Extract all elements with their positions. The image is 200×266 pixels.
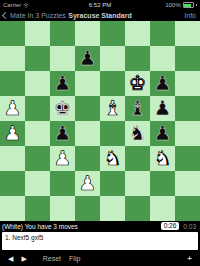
square-e6[interactable] bbox=[100, 71, 125, 96]
square-e7[interactable] bbox=[100, 46, 125, 71]
square-c4[interactable]: ♟ bbox=[50, 121, 75, 146]
chevron-left-icon bbox=[2, 12, 9, 19]
battery-icon bbox=[183, 2, 194, 8]
square-f3[interactable] bbox=[125, 146, 150, 171]
square-d1[interactable] bbox=[75, 196, 100, 221]
square-g2[interactable] bbox=[150, 171, 175, 196]
square-b2[interactable] bbox=[25, 171, 50, 196]
square-g4[interactable]: ♟ bbox=[150, 121, 175, 146]
square-b1[interactable] bbox=[25, 196, 50, 221]
square-b3[interactable] bbox=[25, 146, 50, 171]
action-plus-icon[interactable]: + bbox=[187, 254, 192, 263]
square-d3[interactable] bbox=[75, 146, 100, 171]
square-c5[interactable]: ♚ bbox=[50, 96, 75, 121]
black-bishop: ♝ bbox=[129, 98, 147, 118]
reset-button[interactable]: Reset bbox=[43, 255, 61, 262]
move-list[interactable]: 1. Nexf5 gxf5 bbox=[2, 232, 198, 250]
square-d5[interactable] bbox=[75, 96, 100, 121]
square-h1[interactable] bbox=[175, 196, 200, 221]
square-d7[interactable]: ♟ bbox=[75, 46, 100, 71]
square-b5[interactable] bbox=[25, 96, 50, 121]
bottom-toolbar: ◀ ▶ Reset Flip + bbox=[0, 251, 200, 266]
square-c6[interactable]: ♟ bbox=[50, 71, 75, 96]
square-f4[interactable]: ♞ bbox=[125, 121, 150, 146]
square-f5[interactable]: ♝ bbox=[125, 96, 150, 121]
square-b8[interactable] bbox=[25, 21, 50, 46]
app-screen: Carrier 6:52 PM 100% Mate In 3 Puzzles S… bbox=[0, 0, 200, 266]
square-e3[interactable]: ♞ bbox=[100, 146, 125, 171]
square-e4[interactable] bbox=[100, 121, 125, 146]
square-f2[interactable] bbox=[125, 171, 150, 196]
square-a4[interactable]: ♟ bbox=[0, 121, 25, 146]
square-h2[interactable] bbox=[175, 171, 200, 196]
black-pawn: ♟ bbox=[54, 123, 72, 143]
square-d4[interactable] bbox=[75, 121, 100, 146]
turn-message: (White) You have 3 moves bbox=[2, 223, 78, 230]
square-h6[interactable] bbox=[175, 71, 200, 96]
square-g3[interactable]: ♞ bbox=[150, 146, 175, 171]
black-king: ♚ bbox=[54, 98, 72, 118]
black-pawn: ♟ bbox=[154, 73, 172, 93]
square-a1[interactable] bbox=[0, 196, 25, 221]
square-c7[interactable] bbox=[50, 46, 75, 71]
square-b7[interactable] bbox=[25, 46, 50, 71]
square-b4[interactable] bbox=[25, 121, 50, 146]
white-pawn: ♟ bbox=[54, 148, 72, 168]
square-d8[interactable] bbox=[75, 21, 100, 46]
square-a6[interactable] bbox=[0, 71, 25, 96]
turn-status-row: (White) You have 3 moves 0:26 0:03 bbox=[0, 221, 200, 231]
square-e8[interactable] bbox=[100, 21, 125, 46]
battery-percent: 100% bbox=[165, 2, 180, 8]
step-back-icon[interactable]: ◀ bbox=[8, 255, 13, 263]
square-h4[interactable] bbox=[175, 121, 200, 146]
square-a8[interactable] bbox=[0, 21, 25, 46]
square-e5[interactable]: ♝ bbox=[100, 96, 125, 121]
square-g1[interactable] bbox=[150, 196, 175, 221]
square-a7[interactable] bbox=[0, 46, 25, 71]
chess-board: ♟♟♚♟♟♚♝♝♟♟♟♞♟♟♞♞♟ bbox=[0, 21, 200, 221]
white-knight: ♞ bbox=[154, 148, 172, 168]
white-king: ♚ bbox=[129, 73, 147, 93]
move-line: 1. Nexf5 gxf5 bbox=[5, 234, 43, 241]
black-pawn: ♟ bbox=[54, 73, 72, 93]
square-a2[interactable] bbox=[0, 171, 25, 196]
square-a3[interactable] bbox=[0, 146, 25, 171]
square-g6[interactable]: ♟ bbox=[150, 71, 175, 96]
square-g8[interactable] bbox=[150, 21, 175, 46]
square-d6[interactable] bbox=[75, 71, 100, 96]
square-e1[interactable] bbox=[100, 196, 125, 221]
white-pawn: ♟ bbox=[4, 123, 22, 143]
info-button[interactable]: Info bbox=[184, 12, 200, 19]
back-button-label: Mate In 3 Puzzles bbox=[10, 12, 66, 19]
square-f8[interactable] bbox=[125, 21, 150, 46]
square-c8[interactable] bbox=[50, 21, 75, 46]
white-bishop: ♝ bbox=[104, 98, 122, 118]
white-pawn: ♟ bbox=[79, 173, 97, 193]
step-forward-icon[interactable]: ▶ bbox=[21, 255, 26, 263]
square-h3[interactable] bbox=[175, 146, 200, 171]
square-g7[interactable] bbox=[150, 46, 175, 71]
square-h5[interactable] bbox=[175, 96, 200, 121]
square-c3[interactable]: ♟ bbox=[50, 146, 75, 171]
nav-bar: Mate In 3 Puzzles Syracuse Standard Info bbox=[0, 10, 200, 21]
square-f6[interactable]: ♚ bbox=[125, 71, 150, 96]
square-c1[interactable] bbox=[50, 196, 75, 221]
status-bar: Carrier 6:52 PM 100% bbox=[0, 0, 200, 10]
square-b6[interactable] bbox=[25, 71, 50, 96]
black-pawn: ♟ bbox=[154, 123, 172, 143]
black-pawn: ♟ bbox=[79, 48, 97, 68]
square-h8[interactable] bbox=[175, 21, 200, 46]
white-pawn: ♟ bbox=[4, 98, 22, 118]
square-d2[interactable]: ♟ bbox=[75, 171, 100, 196]
back-button[interactable]: Mate In 3 Puzzles bbox=[0, 12, 66, 19]
black-pawn: ♟ bbox=[154, 98, 172, 118]
square-h7[interactable] bbox=[175, 46, 200, 71]
white-knight: ♞ bbox=[104, 148, 122, 168]
square-f1[interactable] bbox=[125, 196, 150, 221]
square-e2[interactable] bbox=[100, 171, 125, 196]
square-a5[interactable]: ♟ bbox=[0, 96, 25, 121]
flip-button[interactable]: Flip bbox=[69, 255, 80, 262]
square-f7[interactable] bbox=[125, 46, 150, 71]
square-g5[interactable]: ♟ bbox=[150, 96, 175, 121]
black-knight: ♞ bbox=[129, 123, 147, 143]
active-timer: 0:26 bbox=[161, 222, 180, 230]
square-c2[interactable] bbox=[50, 171, 75, 196]
secondary-timer: 0:03 bbox=[183, 223, 196, 230]
